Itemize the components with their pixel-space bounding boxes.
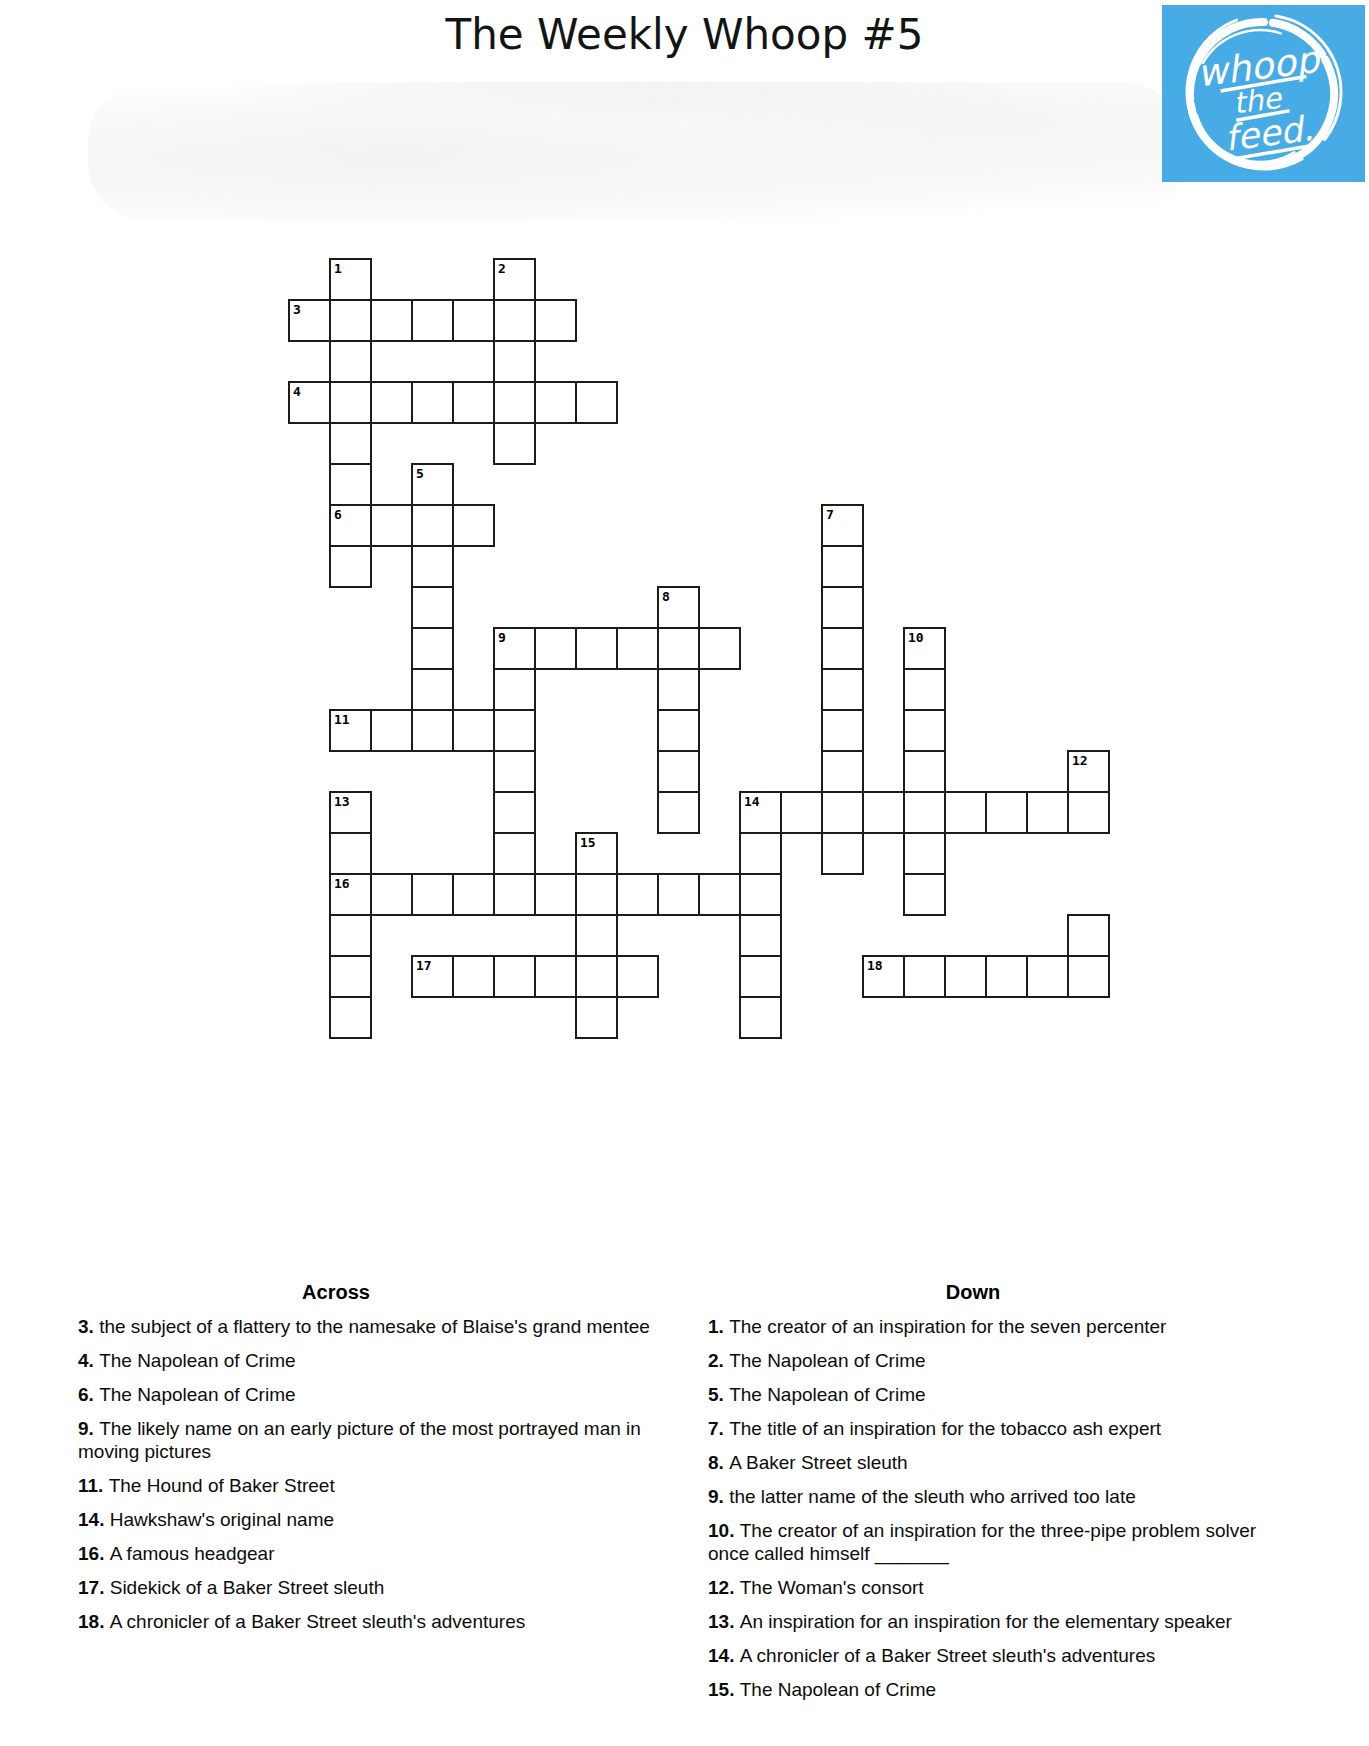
grid-cell-r6c1[interactable]: 6 bbox=[329, 504, 372, 547]
across-clues-section: Across 3. the subject of a flattery to t… bbox=[78, 1281, 690, 1644]
grid-cell-r16c1[interactable] bbox=[329, 914, 372, 957]
grid-cell-r13c14[interactable] bbox=[862, 791, 905, 834]
clue-14-across: 14. Hawkshaw's original name bbox=[78, 1508, 690, 1531]
grid-cell-r18c11[interactable] bbox=[739, 996, 782, 1039]
grid-cell-r5c3[interactable]: 5 bbox=[411, 463, 454, 506]
clue-18-across: 18. A chronicler of a Baker Street sleut… bbox=[78, 1610, 690, 1633]
grid-cell-r3c2[interactable] bbox=[370, 381, 413, 424]
clue-8-down: 8. A Baker Street sleuth bbox=[708, 1451, 1296, 1474]
clue-number-4: 4 bbox=[293, 384, 301, 399]
grid-cell-r13c15[interactable] bbox=[903, 791, 946, 834]
whoop-the-feed-logo: whoop the feed. bbox=[1162, 5, 1365, 182]
grid-cell-r10c13[interactable] bbox=[821, 668, 864, 711]
grid-cell-r17c18[interactable] bbox=[1026, 955, 1069, 998]
clue-number-11: 11 bbox=[334, 712, 350, 727]
grid-cell-r17c5[interactable] bbox=[493, 955, 536, 998]
grid-cell-r6c4[interactable] bbox=[452, 504, 495, 547]
clue-number-label: 18. bbox=[78, 1611, 110, 1632]
clue-6-across: 6. The Napolean of Crime bbox=[78, 1383, 690, 1406]
grid-cell-r15c4[interactable] bbox=[452, 873, 495, 916]
clue-7-down: 7. The title of an inspiration for the t… bbox=[708, 1417, 1296, 1440]
grid-cell-r17c15[interactable] bbox=[903, 955, 946, 998]
grid-cell-r13c9[interactable] bbox=[657, 791, 700, 834]
clue-number-label: 13. bbox=[708, 1611, 740, 1632]
clue-number-label: 14. bbox=[708, 1645, 740, 1666]
grid-cell-r1c4[interactable] bbox=[452, 299, 495, 342]
grid-cell-r7c13[interactable] bbox=[821, 545, 864, 588]
grid-cell-r6c2[interactable] bbox=[370, 504, 413, 547]
grid-cell-r14c5[interactable] bbox=[493, 832, 536, 875]
grid-cell-r14c11[interactable] bbox=[739, 832, 782, 875]
clue-16-across: 16. A famous headgear bbox=[78, 1542, 690, 1565]
grid-cell-r1c5[interactable] bbox=[493, 299, 536, 342]
clue-number-15: 15 bbox=[580, 835, 596, 850]
grid-cell-r12c19[interactable]: 12 bbox=[1067, 750, 1110, 793]
clue-10-down: 10. The creator of an inspiration for th… bbox=[708, 1519, 1296, 1565]
grid-cell-r18c1[interactable] bbox=[329, 996, 372, 1039]
grid-cell-r0c1[interactable]: 1 bbox=[329, 258, 372, 301]
grid-cell-r3c6[interactable] bbox=[534, 381, 577, 424]
grid-cell-r6c13[interactable]: 7 bbox=[821, 504, 864, 547]
clue-number-label: 12. bbox=[708, 1577, 740, 1598]
clue-number-label: 3. bbox=[78, 1316, 99, 1337]
background-smudge bbox=[88, 82, 1183, 222]
grid-cell-r13c1[interactable]: 13 bbox=[329, 791, 372, 834]
grid-cell-r15c8[interactable] bbox=[616, 873, 659, 916]
clue-number-16: 16 bbox=[334, 876, 350, 891]
grid-cell-r10c15[interactable] bbox=[903, 668, 946, 711]
grid-cell-r9c9[interactable] bbox=[657, 627, 700, 670]
grid-cell-r15c15[interactable] bbox=[903, 873, 946, 916]
clue-13-down: 13. An inspiration for an inspiration fo… bbox=[708, 1610, 1296, 1633]
grid-cell-r8c3[interactable] bbox=[411, 586, 454, 629]
clue-number-label: 17. bbox=[78, 1577, 110, 1598]
clue-number-label: 2. bbox=[708, 1350, 729, 1371]
clue-number-label: 8. bbox=[708, 1452, 729, 1473]
clue-9-down: 9. the latter name of the sleuth who arr… bbox=[708, 1485, 1296, 1508]
clue-number-17: 17 bbox=[416, 958, 432, 973]
grid-cell-r1c1[interactable] bbox=[329, 299, 372, 342]
clue-number-label: 15. bbox=[708, 1679, 740, 1700]
clue-number-18: 18 bbox=[867, 958, 883, 973]
grid-cell-r16c11[interactable] bbox=[739, 914, 782, 957]
clue-3-across: 3. the subject of a flattery to the name… bbox=[78, 1315, 690, 1338]
clue-number-12: 12 bbox=[1072, 753, 1088, 768]
grid-cell-r5c1[interactable] bbox=[329, 463, 372, 506]
grid-cell-r9c15[interactable]: 10 bbox=[903, 627, 946, 670]
grid-cell-r13c11[interactable]: 14 bbox=[739, 791, 782, 834]
grid-cell-r3c0[interactable]: 4 bbox=[288, 381, 331, 424]
grid-cell-r13c16[interactable] bbox=[944, 791, 987, 834]
grid-cell-r4c1[interactable] bbox=[329, 422, 372, 465]
clue-number-label: 9. bbox=[78, 1418, 99, 1439]
crossword-grid: 123456789101112131415161718 bbox=[288, 258, 1110, 1039]
grid-cell-r10c5[interactable] bbox=[493, 668, 536, 711]
logo-graphic: whoop the feed. bbox=[1162, 5, 1365, 182]
clue-12-down: 12. The Woman's consort bbox=[708, 1576, 1296, 1599]
grid-cell-r17c3[interactable]: 17 bbox=[411, 955, 454, 998]
clue-number-label: 1. bbox=[708, 1316, 729, 1337]
clue-11-across: 11. The Hound of Baker Street bbox=[78, 1474, 690, 1497]
grid-cell-r11c3[interactable] bbox=[411, 709, 454, 752]
clue-text: The Hound of Baker Street bbox=[109, 1475, 335, 1496]
clue-text: The Napolean of Crime bbox=[729, 1350, 925, 1371]
grid-cell-r12c15[interactable] bbox=[903, 750, 946, 793]
grid-cell-r7c1[interactable] bbox=[329, 545, 372, 588]
grid-cell-r4c5[interactable] bbox=[493, 422, 536, 465]
grid-cell-r10c3[interactable] bbox=[411, 668, 454, 711]
grid-cell-r15c3[interactable] bbox=[411, 873, 454, 916]
clue-text: Sidekick of a Baker Street sleuth bbox=[110, 1577, 385, 1598]
grid-cell-r11c2[interactable] bbox=[370, 709, 413, 752]
grid-cell-r17c4[interactable] bbox=[452, 955, 495, 998]
grid-cell-r11c13[interactable] bbox=[821, 709, 864, 752]
grid-cell-r15c11[interactable] bbox=[739, 873, 782, 916]
down-header: Down bbox=[708, 1281, 1238, 1304]
grid-cell-r17c19[interactable] bbox=[1067, 955, 1110, 998]
grid-cell-r3c5[interactable] bbox=[493, 381, 536, 424]
grid-cell-r14c13[interactable] bbox=[821, 832, 864, 875]
grid-cell-r9c5[interactable]: 9 bbox=[493, 627, 536, 670]
grid-cell-r9c13[interactable] bbox=[821, 627, 864, 670]
grid-cell-r9c8[interactable] bbox=[616, 627, 659, 670]
clue-number-8: 8 bbox=[662, 589, 670, 604]
grid-cell-r17c11[interactable] bbox=[739, 955, 782, 998]
grid-cell-r3c7[interactable] bbox=[575, 381, 618, 424]
grid-cell-r15c9[interactable] bbox=[657, 873, 700, 916]
clue-number-6: 6 bbox=[334, 507, 342, 522]
clue-number-label: 16. bbox=[78, 1543, 110, 1564]
grid-cell-r13c12[interactable] bbox=[780, 791, 823, 834]
clue-number-label: 9. bbox=[708, 1486, 729, 1507]
clue-text: The creator of an inspiration for the th… bbox=[708, 1520, 1256, 1564]
grid-cell-r7c3[interactable] bbox=[411, 545, 454, 588]
clue-number-14: 14 bbox=[744, 794, 760, 809]
clue-4-across: 4. The Napolean of Crime bbox=[78, 1349, 690, 1372]
grid-cell-r8c13[interactable] bbox=[821, 586, 864, 629]
grid-cell-r13c13[interactable] bbox=[821, 791, 864, 834]
grid-cell-r3c1[interactable] bbox=[329, 381, 372, 424]
grid-cell-r17c14[interactable]: 18 bbox=[862, 955, 905, 998]
clue-number-label: 14. bbox=[78, 1509, 110, 1530]
grid-cell-r1c2[interactable] bbox=[370, 299, 413, 342]
clue-5-down: 5. The Napolean of Crime bbox=[708, 1383, 1296, 1406]
clue-text: The likely name on an early picture of t… bbox=[78, 1418, 641, 1462]
clue-number-label: 5. bbox=[708, 1384, 729, 1405]
grid-cell-r9c10[interactable] bbox=[698, 627, 741, 670]
clue-text: the latter name of the sleuth who arrive… bbox=[729, 1486, 1136, 1507]
grid-cell-r2c1[interactable] bbox=[329, 340, 372, 383]
clue-14-down: 14. A chronicler of a Baker Street sleut… bbox=[708, 1644, 1296, 1667]
grid-cell-r17c1[interactable] bbox=[329, 955, 372, 998]
grid-cell-r8c9[interactable]: 8 bbox=[657, 586, 700, 629]
grid-cell-r14c7[interactable]: 15 bbox=[575, 832, 618, 875]
clue-number-2: 2 bbox=[498, 261, 506, 276]
grid-cell-r17c17[interactable] bbox=[985, 955, 1028, 998]
grid-cell-r17c7[interactable] bbox=[575, 955, 618, 998]
clue-text: An inspiration for an inspiration for th… bbox=[740, 1611, 1232, 1632]
grid-cell-r17c16[interactable] bbox=[944, 955, 987, 998]
clue-text: The Napolean of Crime bbox=[740, 1679, 936, 1700]
down-clues-section: Down 1. The creator of an inspiration fo… bbox=[708, 1281, 1296, 1712]
grid-cell-r12c9[interactable] bbox=[657, 750, 700, 793]
grid-cell-r9c6[interactable] bbox=[534, 627, 577, 670]
grid-cell-r2c5[interactable] bbox=[493, 340, 536, 383]
grid-cell-r1c0[interactable]: 3 bbox=[288, 299, 331, 342]
grid-cell-r3c4[interactable] bbox=[452, 381, 495, 424]
grid-cell-r13c5[interactable] bbox=[493, 791, 536, 834]
grid-cell-r18c7[interactable] bbox=[575, 996, 618, 1039]
clue-1-down: 1. The creator of an inspiration for the… bbox=[708, 1315, 1296, 1338]
across-header: Across bbox=[78, 1281, 594, 1304]
across-clue-list: 3. the subject of a flattery to the name… bbox=[78, 1315, 690, 1633]
clue-text: the subject of a flattery to the namesak… bbox=[99, 1316, 650, 1337]
grid-cell-r15c2[interactable] bbox=[370, 873, 413, 916]
clue-text: The creator of an inspiration for the se… bbox=[729, 1316, 1166, 1337]
clue-number-label: 7. bbox=[708, 1418, 729, 1439]
clue-number-7: 7 bbox=[826, 507, 834, 522]
grid-cell-r15c1[interactable]: 16 bbox=[329, 873, 372, 916]
clue-number-5: 5 bbox=[416, 466, 424, 481]
grid-cell-r3c3[interactable] bbox=[411, 381, 454, 424]
clue-number-9: 9 bbox=[498, 630, 506, 645]
grid-cell-r14c15[interactable] bbox=[903, 832, 946, 875]
grid-cell-r15c5[interactable] bbox=[493, 873, 536, 916]
clue-text: A famous headgear bbox=[110, 1543, 275, 1564]
crossword-page: The Weekly Whoop #5 whoop the feed. 1234… bbox=[0, 0, 1369, 1746]
clue-text: The Woman's consort bbox=[740, 1577, 924, 1598]
grid-cell-r13c18[interactable] bbox=[1026, 791, 1069, 834]
clue-text: A chronicler of a Baker Street sleuth's … bbox=[740, 1645, 1156, 1666]
grid-cell-r14c1[interactable] bbox=[329, 832, 372, 875]
grid-cell-r16c19[interactable] bbox=[1067, 914, 1110, 957]
grid-cell-r11c15[interactable] bbox=[903, 709, 946, 752]
clue-number-13: 13 bbox=[334, 794, 350, 809]
grid-cell-r9c3[interactable] bbox=[411, 627, 454, 670]
clue-number-1: 1 bbox=[334, 261, 342, 276]
clue-text: The title of an inspiration for the toba… bbox=[729, 1418, 1161, 1439]
grid-cell-r11c4[interactable] bbox=[452, 709, 495, 752]
grid-cell-r13c19[interactable] bbox=[1067, 791, 1110, 834]
grid-cell-r17c8[interactable] bbox=[616, 955, 659, 998]
clue-number-label: 4. bbox=[78, 1350, 99, 1371]
clue-text: The Napolean of Crime bbox=[99, 1384, 295, 1405]
clue-text: Hawkshaw's original name bbox=[110, 1509, 334, 1530]
clue-number-label: 10. bbox=[708, 1520, 740, 1541]
grid-cell-r12c5[interactable] bbox=[493, 750, 536, 793]
grid-cell-r17c6[interactable] bbox=[534, 955, 577, 998]
grid-cell-r11c5[interactable] bbox=[493, 709, 536, 752]
grid-cell-r6c3[interactable] bbox=[411, 504, 454, 547]
clue-text: A Baker Street sleuth bbox=[729, 1452, 908, 1473]
grid-cell-r10c9[interactable] bbox=[657, 668, 700, 711]
clue-2-down: 2. The Napolean of Crime bbox=[708, 1349, 1296, 1372]
grid-cell-r15c10[interactable] bbox=[698, 873, 741, 916]
grid-cell-r11c1[interactable]: 11 bbox=[329, 709, 372, 752]
grid-cell-r9c7[interactable] bbox=[575, 627, 618, 670]
clue-number-3: 3 bbox=[293, 302, 301, 317]
clue-text: A chronicler of a Baker Street sleuth's … bbox=[110, 1611, 526, 1632]
grid-cell-r13c17[interactable] bbox=[985, 791, 1028, 834]
grid-cell-r12c13[interactable] bbox=[821, 750, 864, 793]
down-clue-list: 1. The creator of an inspiration for the… bbox=[708, 1315, 1296, 1701]
clue-9-across: 9. The likely name on an early picture o… bbox=[78, 1417, 690, 1463]
clue-number-10: 10 bbox=[908, 630, 924, 645]
clue-text: The Napolean of Crime bbox=[729, 1384, 925, 1405]
clue-17-across: 17. Sidekick of a Baker Street sleuth bbox=[78, 1576, 690, 1599]
clue-15-down: 15. The Napolean of Crime bbox=[708, 1678, 1296, 1701]
grid-cell-r11c9[interactable] bbox=[657, 709, 700, 752]
clue-number-label: 11. bbox=[78, 1475, 109, 1496]
grid-cell-r16c7[interactable] bbox=[575, 914, 618, 957]
grid-cell-r1c6[interactable] bbox=[534, 299, 577, 342]
grid-cell-r15c6[interactable] bbox=[534, 873, 577, 916]
grid-cell-r0c5[interactable]: 2 bbox=[493, 258, 536, 301]
clue-text: The Napolean of Crime bbox=[99, 1350, 295, 1371]
grid-cell-r15c7[interactable] bbox=[575, 873, 618, 916]
clue-number-label: 6. bbox=[78, 1384, 99, 1405]
grid-cell-r1c3[interactable] bbox=[411, 299, 454, 342]
